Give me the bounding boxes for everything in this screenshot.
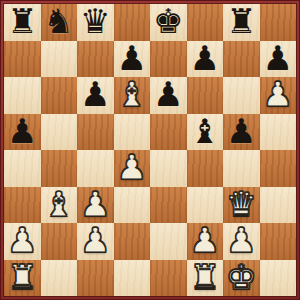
black-pawn-h7[interactable]: ♟ bbox=[263, 40, 293, 77]
square-g8[interactable]: ♜ bbox=[223, 4, 260, 41]
square-b8[interactable]: ♞ bbox=[41, 4, 78, 41]
square-c4[interactable] bbox=[77, 150, 114, 187]
square-f3[interactable] bbox=[187, 187, 224, 224]
white-pawn-d4[interactable]: ♟ bbox=[117, 149, 147, 186]
square-c7[interactable] bbox=[77, 41, 114, 78]
square-f7[interactable]: ♟ bbox=[187, 41, 224, 78]
square-c1[interactable] bbox=[77, 260, 114, 297]
black-pawn-f7[interactable]: ♟ bbox=[190, 40, 220, 77]
square-h5[interactable] bbox=[260, 114, 297, 151]
square-h1[interactable] bbox=[260, 260, 297, 297]
square-h3[interactable] bbox=[260, 187, 297, 224]
square-c6[interactable]: ♟ bbox=[77, 77, 114, 114]
square-g2[interactable]: ♟ bbox=[223, 223, 260, 260]
square-a6[interactable] bbox=[4, 77, 41, 114]
white-rook-a1[interactable]: ♜ bbox=[7, 259, 37, 296]
black-pawn-e6[interactable]: ♟ bbox=[153, 76, 183, 113]
square-f4[interactable] bbox=[187, 150, 224, 187]
square-g5[interactable]: ♟ bbox=[223, 114, 260, 151]
square-e6[interactable]: ♟ bbox=[150, 77, 187, 114]
square-c8[interactable]: ♛ bbox=[77, 4, 114, 41]
square-d1[interactable] bbox=[114, 260, 151, 297]
square-g4[interactable] bbox=[223, 150, 260, 187]
square-h6[interactable]: ♟ bbox=[260, 77, 297, 114]
square-a1[interactable]: ♜ bbox=[4, 260, 41, 297]
square-f5[interactable]: ♝ bbox=[187, 114, 224, 151]
square-c5[interactable] bbox=[77, 114, 114, 151]
white-pawn-h6[interactable]: ♟ bbox=[263, 76, 293, 113]
square-h8[interactable] bbox=[260, 4, 297, 41]
square-d6[interactable]: ♝ bbox=[114, 77, 151, 114]
square-e8[interactable]: ♚ bbox=[150, 4, 187, 41]
square-a8[interactable]: ♜ bbox=[4, 4, 41, 41]
square-g6[interactable] bbox=[223, 77, 260, 114]
square-h4[interactable] bbox=[260, 150, 297, 187]
black-queen-c8[interactable]: ♛ bbox=[80, 3, 110, 40]
square-a2[interactable]: ♟ bbox=[4, 223, 41, 260]
square-f2[interactable]: ♟ bbox=[187, 223, 224, 260]
square-g7[interactable] bbox=[223, 41, 260, 78]
square-f6[interactable] bbox=[187, 77, 224, 114]
white-bishop-b3[interactable]: ♝ bbox=[44, 186, 74, 223]
black-rook-g8[interactable]: ♜ bbox=[226, 3, 256, 40]
square-d5[interactable] bbox=[114, 114, 151, 151]
square-d4[interactable]: ♟ bbox=[114, 150, 151, 187]
square-a4[interactable] bbox=[4, 150, 41, 187]
square-g3[interactable]: ♛ bbox=[223, 187, 260, 224]
square-e2[interactable] bbox=[150, 223, 187, 260]
white-king-g1[interactable]: ♚ bbox=[226, 259, 256, 296]
black-bishop-f5[interactable]: ♝ bbox=[190, 113, 220, 150]
square-e7[interactable] bbox=[150, 41, 187, 78]
square-e3[interactable] bbox=[150, 187, 187, 224]
square-b5[interactable] bbox=[41, 114, 78, 151]
square-h2[interactable] bbox=[260, 223, 297, 260]
white-pawn-c3[interactable]: ♟ bbox=[80, 186, 110, 223]
black-king-e8[interactable]: ♚ bbox=[153, 3, 183, 40]
square-f1[interactable]: ♜ bbox=[187, 260, 224, 297]
black-pawn-d7[interactable]: ♟ bbox=[117, 40, 147, 77]
square-b4[interactable] bbox=[41, 150, 78, 187]
chess-board: ♜♞♛♚♜♟♟♟♟♝♟♟♟♝♟♟♝♟♛♟♟♟♟♜♜♚ bbox=[4, 4, 296, 296]
square-b1[interactable] bbox=[41, 260, 78, 297]
square-d8[interactable] bbox=[114, 4, 151, 41]
square-d2[interactable] bbox=[114, 223, 151, 260]
square-a5[interactable]: ♟ bbox=[4, 114, 41, 151]
white-bishop-d6[interactable]: ♝ bbox=[117, 76, 147, 113]
black-rook-a8[interactable]: ♜ bbox=[7, 3, 37, 40]
black-pawn-c6[interactable]: ♟ bbox=[80, 76, 110, 113]
white-pawn-c2[interactable]: ♟ bbox=[80, 222, 110, 259]
black-pawn-a5[interactable]: ♟ bbox=[7, 113, 37, 150]
square-e1[interactable] bbox=[150, 260, 187, 297]
white-pawn-g2[interactable]: ♟ bbox=[226, 222, 256, 259]
square-a7[interactable] bbox=[4, 41, 41, 78]
square-a3[interactable] bbox=[4, 187, 41, 224]
square-e4[interactable] bbox=[150, 150, 187, 187]
black-knight-b8[interactable]: ♞ bbox=[44, 3, 74, 40]
square-d3[interactable] bbox=[114, 187, 151, 224]
square-g1[interactable]: ♚ bbox=[223, 260, 260, 297]
square-e5[interactable] bbox=[150, 114, 187, 151]
square-b6[interactable] bbox=[41, 77, 78, 114]
square-d7[interactable]: ♟ bbox=[114, 41, 151, 78]
square-c2[interactable]: ♟ bbox=[77, 223, 114, 260]
square-b7[interactable] bbox=[41, 41, 78, 78]
white-pawn-a2[interactable]: ♟ bbox=[7, 222, 37, 259]
square-c3[interactable]: ♟ bbox=[77, 187, 114, 224]
square-b2[interactable] bbox=[41, 223, 78, 260]
square-f8[interactable] bbox=[187, 4, 224, 41]
white-rook-f1[interactable]: ♜ bbox=[190, 259, 220, 296]
white-pawn-f2[interactable]: ♟ bbox=[190, 222, 220, 259]
white-queen-g3[interactable]: ♛ bbox=[226, 186, 256, 223]
square-h7[interactable]: ♟ bbox=[260, 41, 297, 78]
square-b3[interactable]: ♝ bbox=[41, 187, 78, 224]
board-frame: ♜♞♛♚♜♟♟♟♟♝♟♟♟♝♟♟♝♟♛♟♟♟♟♜♜♚ bbox=[0, 0, 300, 300]
black-pawn-g5[interactable]: ♟ bbox=[226, 113, 256, 150]
